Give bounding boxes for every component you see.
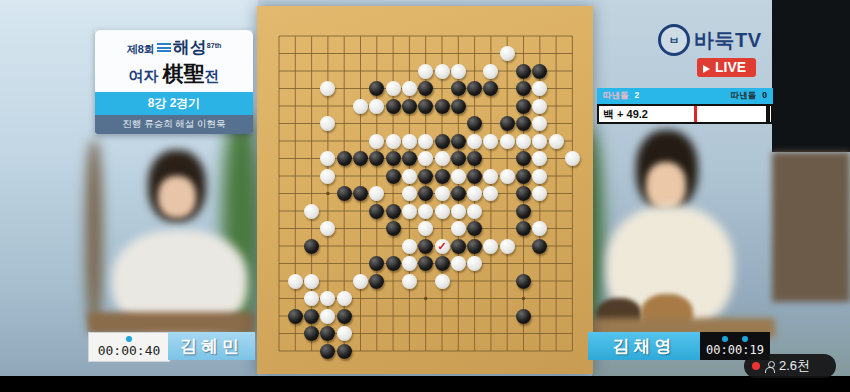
round-label: 8강 2경기 [95,92,253,115]
black-stone [435,169,450,184]
channel-name: 바둑TV [694,27,762,54]
black-stone [532,239,547,254]
white-stone [549,134,564,149]
white-stone [467,186,482,201]
person-icon [765,361,775,371]
black-stone [418,169,433,184]
white-stone [304,204,319,219]
white-stone [435,204,450,219]
white-stone [467,204,482,219]
viewer-count: 2.6천 [779,357,810,375]
tournament-title: 여자 棋聖전 [99,60,249,88]
white-stone [304,274,319,289]
white-stone [402,169,417,184]
white-stone: ✓ [435,239,450,254]
black-stone [304,239,319,254]
black-stone [337,309,352,324]
byoyomi-dot [722,336,728,342]
black-stone [467,151,482,166]
white-stone [435,186,450,201]
furniture-blur [772,152,850,302]
left-player-name: 김혜민 [168,332,255,360]
bar-end-marker [766,106,770,122]
white-stone [402,274,417,289]
left-clock-time: 00:00:40 [98,343,161,358]
black-stone [386,204,401,219]
white-stone [402,134,417,149]
white-stone [565,151,580,166]
white-stone [418,204,433,219]
black-stone [467,239,482,254]
white-stone [500,134,515,149]
right-player-face [646,162,686,210]
white-stone [402,81,417,96]
black-stone [402,99,417,114]
black-stone [337,151,352,166]
baduktv-logo-icon: ㅂ [658,24,690,56]
black-stone [451,239,466,254]
white-stone [451,169,466,184]
tournament-panel: 제8회해성87th 여자 棋聖전 8강 2경기 진행 류승희 해설 이현욱 [95,30,253,134]
black-stone [435,99,450,114]
black-stone [532,64,547,79]
white-stone [402,204,417,219]
black-stone [304,309,319,324]
black-stone [516,64,531,79]
black-stone [467,221,482,236]
white-stone [320,309,335,324]
live-dot-icon [752,362,760,370]
white-stone [483,239,498,254]
black-stone [451,81,466,96]
white-stone [337,291,352,306]
white-stone [402,256,417,271]
black-stone [369,274,384,289]
black-stone [435,256,450,271]
captures-header: 따낸돌2 따낸돌0 [597,88,773,104]
black-stone [369,204,384,219]
white-stone [435,274,450,289]
byoyomi-dot [126,336,132,342]
byoyomi-dot [742,336,748,342]
black-stone [288,309,303,324]
white-stone [435,64,450,79]
black-stone [516,81,531,96]
white-stone [500,239,515,254]
left-player-face [158,176,196,218]
black-stone [516,151,531,166]
black-stone [516,221,531,236]
dark-backdrop [772,0,850,152]
black-stone [386,169,401,184]
wave-logo-icon [157,43,171,54]
staff-label: 진행 류승희 해설 이현욱 [95,115,253,134]
black-stone [386,99,401,114]
white-stone [451,64,466,79]
black-stone [353,186,368,201]
black-stone [451,99,466,114]
black-stone [516,274,531,289]
black-stone [467,81,482,96]
black-stone [386,221,401,236]
black-stone [516,99,531,114]
black-stone [386,256,401,271]
white-stone [337,326,352,341]
white-stone [386,134,401,149]
viewer-count-pill: 2.6천 [744,354,836,378]
black-stone [418,99,433,114]
white-stone [353,99,368,114]
white-stone [418,134,433,149]
white-stone [467,256,482,271]
go-board: ✓ [257,6,593,374]
white-stone [353,274,368,289]
channel-logo: ㅂ 바둑TV [658,24,762,56]
live-badge: LIVE [697,58,756,77]
white-stone [369,134,384,149]
black-stone [337,186,352,201]
black-stone [516,204,531,219]
black-stone [451,151,466,166]
white-stone [320,169,335,184]
captures-left: 따낸돌2 [603,90,639,102]
white-stone [532,169,547,184]
white-stone [402,186,417,201]
right-player-name: 김채영 [588,332,700,360]
white-stone [483,169,498,184]
black-stone [467,116,482,131]
score-widget: 따낸돌2 따낸돌0 백 + 49.2 [597,88,773,124]
letterbox-bar [0,376,850,392]
black-stone [500,116,515,131]
black-stone [386,151,401,166]
white-stone [288,274,303,289]
white-stone [369,99,384,114]
last-move-check-icon: ✓ [437,241,446,252]
black-stone [516,169,531,184]
black-stone [418,239,433,254]
winrate-marker [694,106,697,122]
white-stone [532,99,547,114]
white-stone [483,134,498,149]
score-text: 백 + 49.2 [603,107,648,122]
white-stone [483,64,498,79]
black-stone [435,134,450,149]
white-stone [451,256,466,271]
black-stone [451,134,466,149]
right-byoyomi-dots [722,336,748,342]
white-stone [451,221,466,236]
black-stone [304,326,319,341]
left-doorframe [85,140,103,330]
white-stone [500,46,515,61]
left-desk [88,312,255,334]
white-stone [516,134,531,149]
black-stone [516,186,531,201]
captures-right: 따낸돌0 [731,90,767,102]
left-player-clock: 00:00:40 [88,332,170,362]
winrate-bar: 백 + 49.2 [597,104,773,124]
white-stone [304,291,319,306]
black-stone [337,344,352,359]
black-stone [516,116,531,131]
left-byoyomi-dots [126,336,132,342]
broadcast-frame: ✓ 제8회해성87th 여자 棋聖전 8강 2경기 진행 류승희 해설 이현욱 … [0,0,850,392]
black-stone [353,151,368,166]
white-stone [418,64,433,79]
black-stone [320,344,335,359]
white-stone [467,134,482,149]
white-stone [435,151,450,166]
white-stone [386,81,401,96]
white-stone [451,204,466,219]
black-stone [402,151,417,166]
black-stone [467,169,482,184]
white-stone [402,239,417,254]
black-stone [516,309,531,324]
black-stone [451,186,466,201]
white-stone [500,169,515,184]
tournament-edition: 제8회해성87th [99,36,249,59]
white-stone [532,134,547,149]
